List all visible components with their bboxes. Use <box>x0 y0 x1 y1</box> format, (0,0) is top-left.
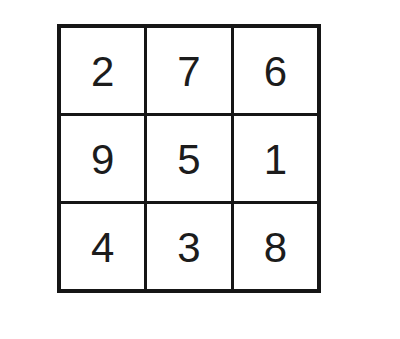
cell-r1c3: 6 <box>234 28 317 113</box>
cell-r1c1: 2 <box>61 28 144 113</box>
cell-r2c1: 9 <box>61 116 144 201</box>
cell-r2c2: 5 <box>147 116 230 201</box>
cell-r1c2: 7 <box>147 28 230 113</box>
cell-r3c1: 4 <box>61 204 144 289</box>
page: 2 7 6 9 5 1 4 3 8 <box>0 0 400 339</box>
cell-r3c3: 8 <box>234 204 317 289</box>
magic-square-board: 2 7 6 9 5 1 4 3 8 <box>57 24 321 293</box>
cell-r3c2: 3 <box>147 204 230 289</box>
cell-r2c3: 1 <box>234 116 317 201</box>
